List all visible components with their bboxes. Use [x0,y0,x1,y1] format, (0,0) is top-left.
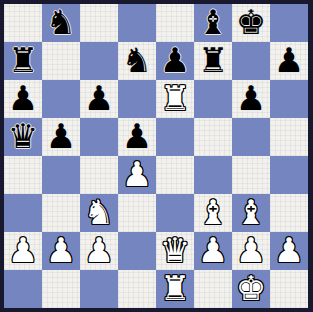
black-pawn: ♟ [236,80,266,117]
square-e6[interactable]: ♜ [156,80,194,118]
square-a4[interactable] [4,156,42,194]
square-c1[interactable] [80,270,118,308]
square-c3[interactable]: ♞ [80,194,118,232]
square-f7[interactable]: ♜ [194,42,232,80]
black-pawn: ♟ [274,42,304,79]
square-g4[interactable] [232,156,270,194]
black-pawn: ♟ [8,80,38,117]
white-pawn: ♟ [274,232,304,269]
black-rook: ♜ [198,42,228,79]
square-h4[interactable] [270,156,308,194]
square-c4[interactable] [80,156,118,194]
white-pawn: ♟ [198,232,228,269]
black-pawn: ♟ [122,118,152,155]
square-e3[interactable] [156,194,194,232]
chess-board-frame: ♞♝♚♜♞♟♜♟♟♟♜♟♛♟♟♟♞♝♝♟♟♟♛♟♟♟♜♚ [0,0,313,312]
square-a1[interactable] [4,270,42,308]
square-g3[interactable]: ♝ [232,194,270,232]
square-f8[interactable]: ♝ [194,4,232,42]
square-b5[interactable]: ♟ [42,118,80,156]
square-e5[interactable] [156,118,194,156]
square-g1[interactable]: ♚ [232,270,270,308]
square-g2[interactable]: ♟ [232,232,270,270]
square-e1[interactable]: ♜ [156,270,194,308]
white-king: ♚ [236,270,266,307]
black-knight: ♞ [46,4,76,41]
square-h2[interactable]: ♟ [270,232,308,270]
white-pawn: ♟ [236,232,266,269]
square-a2[interactable]: ♟ [4,232,42,270]
square-h5[interactable] [270,118,308,156]
black-rook: ♜ [8,42,38,79]
white-knight: ♞ [84,194,114,231]
square-g5[interactable] [232,118,270,156]
square-f2[interactable]: ♟ [194,232,232,270]
square-a7[interactable]: ♜ [4,42,42,80]
black-pawn: ♟ [46,118,76,155]
black-knight: ♞ [122,42,152,79]
white-rook: ♜ [160,80,190,117]
square-d7[interactable]: ♞ [118,42,156,80]
square-b7[interactable] [42,42,80,80]
square-d8[interactable] [118,4,156,42]
square-c8[interactable] [80,4,118,42]
square-f1[interactable] [194,270,232,308]
square-d4[interactable]: ♟ [118,156,156,194]
chess-board: ♞♝♚♜♞♟♜♟♟♟♜♟♛♟♟♟♞♝♝♟♟♟♛♟♟♟♜♚ [4,4,308,308]
square-b4[interactable] [42,156,80,194]
square-e7[interactable]: ♟ [156,42,194,80]
square-f5[interactable] [194,118,232,156]
square-d5[interactable]: ♟ [118,118,156,156]
square-e2[interactable]: ♛ [156,232,194,270]
square-c2[interactable]: ♟ [80,232,118,270]
black-king: ♚ [236,4,266,41]
square-c6[interactable]: ♟ [80,80,118,118]
square-g8[interactable]: ♚ [232,4,270,42]
square-h1[interactable] [270,270,308,308]
square-a5[interactable]: ♛ [4,118,42,156]
square-h6[interactable] [270,80,308,118]
square-b8[interactable]: ♞ [42,4,80,42]
square-f4[interactable] [194,156,232,194]
black-pawn: ♟ [84,80,114,117]
square-b3[interactable] [42,194,80,232]
white-pawn: ♟ [8,232,38,269]
square-h8[interactable] [270,4,308,42]
black-pawn: ♟ [160,42,190,79]
white-queen: ♛ [160,232,190,269]
square-f6[interactable] [194,80,232,118]
square-a3[interactable] [4,194,42,232]
square-b1[interactable] [42,270,80,308]
square-d1[interactable] [118,270,156,308]
square-h7[interactable]: ♟ [270,42,308,80]
square-c5[interactable] [80,118,118,156]
square-b2[interactable]: ♟ [42,232,80,270]
square-d3[interactable] [118,194,156,232]
square-c7[interactable] [80,42,118,80]
white-bishop: ♝ [236,194,266,231]
square-g6[interactable]: ♟ [232,80,270,118]
white-bishop: ♝ [198,194,228,231]
square-g7[interactable] [232,42,270,80]
square-a8[interactable] [4,4,42,42]
square-a6[interactable]: ♟ [4,80,42,118]
square-f3[interactable]: ♝ [194,194,232,232]
square-h3[interactable] [270,194,308,232]
square-b6[interactable] [42,80,80,118]
white-pawn: ♟ [122,156,152,193]
square-e4[interactable] [156,156,194,194]
square-e8[interactable] [156,4,194,42]
white-pawn: ♟ [46,232,76,269]
square-d2[interactable] [118,232,156,270]
white-rook: ♜ [160,270,190,307]
black-queen: ♛ [8,118,38,155]
white-pawn: ♟ [84,232,114,269]
black-bishop: ♝ [198,4,228,41]
square-d6[interactable] [118,80,156,118]
